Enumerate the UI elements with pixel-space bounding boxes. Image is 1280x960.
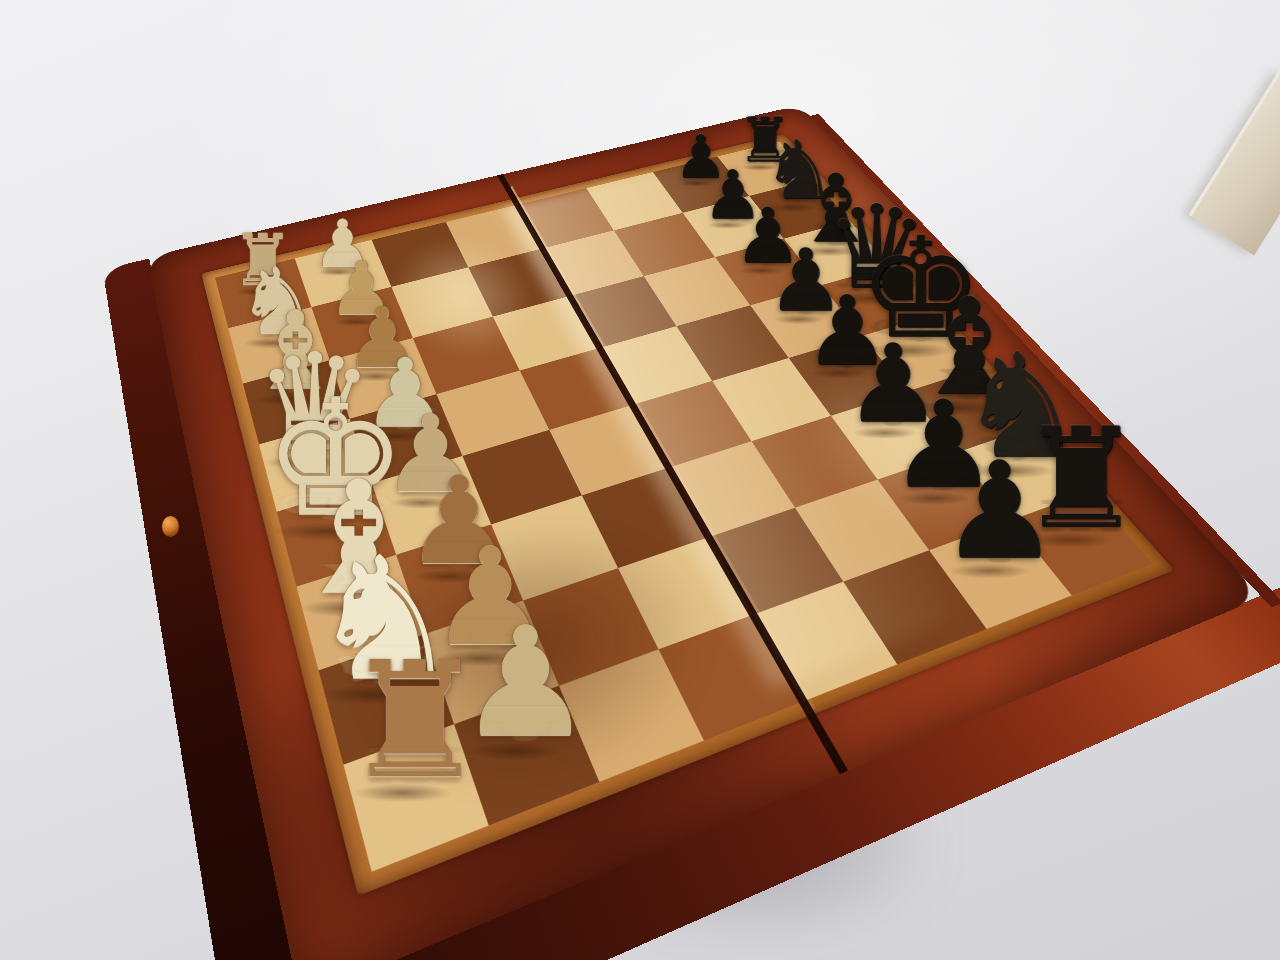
photo-backdrop: ♜♞♝♛♚♝♞♜♟♟♟♟♟♟♟♟♟♟♟♟♟♟♟♟♜♞♝♛♚♝♞♜ Folding… bbox=[0, 0, 1280, 960]
piece-black-pawn[interactable]: ♟ bbox=[939, 444, 1059, 578]
background-object bbox=[1189, 71, 1280, 256]
piece-white-rook[interactable]: ♜ bbox=[343, 641, 486, 801]
latch-hardware-icon bbox=[162, 516, 179, 537]
